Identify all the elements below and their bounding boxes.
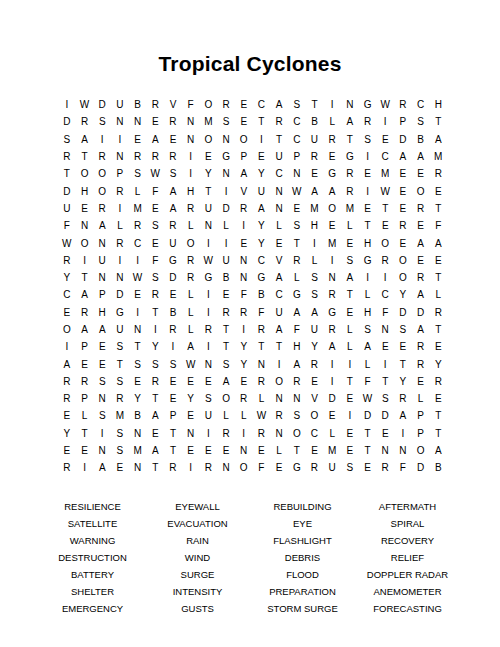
- grid-cell-r10c4: I: [111, 252, 129, 269]
- grid-cell-r21c7: T: [164, 442, 182, 459]
- grid-cell-r17c17: T: [341, 373, 359, 390]
- grid-cell-r22c19: R: [376, 459, 394, 476]
- grid-cell-r6c14: W: [288, 182, 306, 199]
- grid-cell-r1c21: C: [412, 96, 430, 113]
- grid-cell-r1c12: C: [253, 96, 271, 113]
- grid-cell-r22c11: O: [235, 459, 253, 476]
- word-list-column-4: AFTERMATHSPIRALRECOVERYRELIEFDOPPLER RAD…: [355, 498, 460, 617]
- grid-cell-r20c3: I: [93, 425, 111, 442]
- grid-cell-r4c2: T: [76, 148, 94, 165]
- grid-cell-r20c6: E: [146, 425, 164, 442]
- word-item: SATELLITE: [68, 515, 117, 532]
- grid-cell-r13c20: D: [394, 304, 412, 321]
- grid-cell-r6c13: N: [270, 182, 288, 199]
- grid-cell-r19c5: B: [129, 407, 147, 424]
- grid-cell-r12c12: B: [253, 286, 271, 303]
- grid-cell-r12c11: F: [235, 286, 253, 303]
- grid-cell-r3c10: N: [217, 131, 235, 148]
- grid-cell-r6c6: F: [146, 182, 164, 199]
- grid-cell-r8c15: H: [306, 217, 324, 234]
- grid-cell-r9c18: H: [359, 234, 377, 251]
- grid-cell-r19c10: L: [217, 407, 235, 424]
- grid-cell-r12c13: C: [270, 286, 288, 303]
- grid-cell-r21c20: N: [394, 442, 412, 459]
- grid-cell-r3c14: C: [288, 131, 306, 148]
- grid-cell-r11c19: I: [376, 269, 394, 286]
- grid-cell-r17c10: A: [217, 373, 235, 390]
- grid-cell-r9c16: M: [323, 234, 341, 251]
- grid-cell-r13c8: L: [182, 304, 200, 321]
- grid-cell-r14c16: R: [323, 321, 341, 338]
- grid-cell-r18c5: Y: [129, 390, 147, 407]
- grid-cell-r3c15: U: [306, 131, 324, 148]
- grid-cell-r12c4: D: [111, 286, 129, 303]
- grid-cell-r2c19: I: [376, 113, 394, 130]
- grid-cell-r22c18: E: [359, 459, 377, 476]
- grid-cell-r13c4: G: [111, 304, 129, 321]
- grid-cell-r15c15: Y: [306, 338, 324, 355]
- grid-cell-r4c16: E: [323, 148, 341, 165]
- grid-cell-r5c3: O: [93, 165, 111, 182]
- grid-cell-r9c13: E: [270, 234, 288, 251]
- grid-cell-r17c12: R: [253, 373, 271, 390]
- grid-cell-r21c16: M: [323, 442, 341, 459]
- grid-cell-r1c8: F: [182, 96, 200, 113]
- grid-cell-r20c2: T: [76, 425, 94, 442]
- grid-cell-r11c14: L: [288, 269, 306, 286]
- grid-cell-r21c5: M: [129, 442, 147, 459]
- grid-cell-r12c5: E: [129, 286, 147, 303]
- grid-cell-r20c7: T: [164, 425, 182, 442]
- grid-cell-r20c9: I: [200, 425, 218, 442]
- grid-cell-r18c6: T: [146, 390, 164, 407]
- grid-cell-r7c4: I: [111, 200, 129, 217]
- grid-cell-r21c17: E: [341, 442, 359, 459]
- grid-cell-r19c22: T: [429, 407, 447, 424]
- grid-cell-r8c8: L: [182, 217, 200, 234]
- grid-cell-r10c9: W: [200, 252, 218, 269]
- grid-cell-r9c6: E: [146, 234, 164, 251]
- grid-cell-r18c18: W: [359, 390, 377, 407]
- grid-cell-r8c6: S: [146, 217, 164, 234]
- grid-cell-r18c4: R: [111, 390, 129, 407]
- grid-cell-r2c6: E: [146, 113, 164, 130]
- grid-cell-r5c14: N: [288, 165, 306, 182]
- grid-cell-r7c16: O: [323, 200, 341, 217]
- grid-cell-r16c11: Y: [235, 355, 253, 372]
- grid-cell-r13c2: R: [76, 304, 94, 321]
- grid-cell-r1c3: D: [93, 96, 111, 113]
- grid-cell-r8c14: S: [288, 217, 306, 234]
- grid-cell-r7c20: E: [394, 200, 412, 217]
- grid-cell-r13c9: I: [200, 304, 218, 321]
- grid-cell-r1c2: W: [76, 96, 94, 113]
- grid-cell-r17c9: E: [200, 373, 218, 390]
- grid-cell-r21c12: E: [253, 442, 271, 459]
- grid-cell-r7c21: R: [412, 200, 430, 217]
- grid-cell-r1c4: U: [111, 96, 129, 113]
- grid-cell-r16c9: N: [200, 355, 218, 372]
- grid-cell-r18c2: P: [76, 390, 94, 407]
- grid-cell-r9c4: R: [111, 234, 129, 251]
- word-item: EYE: [293, 515, 312, 532]
- grid-cell-r6c5: L: [129, 182, 147, 199]
- grid-cell-r19c16: E: [323, 407, 341, 424]
- grid-cell-r14c1: O: [58, 321, 76, 338]
- word-item: WARNING: [70, 532, 116, 549]
- grid-cell-r20c1: Y: [58, 425, 76, 442]
- grid-cell-r20c8: N: [182, 425, 200, 442]
- grid-cell-r3c7: E: [164, 131, 182, 148]
- grid-cell-r17c21: E: [412, 373, 430, 390]
- grid-cell-r2c2: R: [76, 113, 94, 130]
- grid-cell-r13c21: D: [412, 304, 430, 321]
- grid-cell-r22c13: E: [270, 459, 288, 476]
- grid-cell-r10c22: E: [429, 252, 447, 269]
- grid-cell-r11c4: N: [111, 269, 129, 286]
- grid-cell-r19c1: E: [58, 407, 76, 424]
- grid-cell-r22c10: N: [217, 459, 235, 476]
- grid-cell-r1c15: T: [306, 96, 324, 113]
- grid-cell-r22c21: D: [412, 459, 430, 476]
- grid-cell-r14c14: F: [288, 321, 306, 338]
- word-item: FORECASTING: [373, 600, 442, 617]
- grid-cell-r14c2: A: [76, 321, 94, 338]
- grid-cell-r12c21: A: [412, 286, 430, 303]
- grid-cell-r9c8: O: [182, 234, 200, 251]
- grid-cell-r3c2: A: [76, 131, 94, 148]
- grid-cell-r12c10: E: [217, 286, 235, 303]
- grid-cell-r6c12: U: [253, 182, 271, 199]
- grid-cell-r3c11: O: [235, 131, 253, 148]
- grid-cell-r18c13: N: [270, 390, 288, 407]
- grid-cell-r10c1: R: [58, 252, 76, 269]
- grid-cell-r16c1: A: [58, 355, 76, 372]
- grid-cell-r1c5: B: [129, 96, 147, 113]
- grid-cell-r15c4: S: [111, 338, 129, 355]
- grid-cell-r7c14: E: [288, 200, 306, 217]
- grid-cell-r14c19: N: [376, 321, 394, 338]
- grid-cell-r10c19: R: [376, 252, 394, 269]
- grid-cell-r10c18: G: [359, 252, 377, 269]
- grid-cell-r12c3: P: [93, 286, 111, 303]
- grid-cell-r13c10: R: [217, 304, 235, 321]
- grid-cell-r11c21: R: [412, 269, 430, 286]
- grid-cell-r22c16: U: [323, 459, 341, 476]
- grid-cell-r15c11: Y: [235, 338, 253, 355]
- word-item: SPIRAL: [391, 515, 425, 532]
- grid-cell-r2c3: S: [93, 113, 111, 130]
- grid-cell-r15c16: A: [323, 338, 341, 355]
- grid-cell-r15c13: T: [270, 338, 288, 355]
- grid-cell-r10c15: L: [306, 252, 324, 269]
- grid-cell-r2c15: B: [306, 113, 324, 130]
- grid-cell-r19c14: S: [288, 407, 306, 424]
- grid-cell-r12c2: A: [76, 286, 94, 303]
- grid-cell-r5c1: T: [58, 165, 76, 182]
- grid-cell-r3c6: A: [146, 131, 164, 148]
- grid-cell-r20c4: S: [111, 425, 129, 442]
- grid-cell-r21c18: T: [359, 442, 377, 459]
- grid-cell-r5c22: R: [429, 165, 447, 182]
- word-item: EVACUATION: [167, 515, 227, 532]
- grid-cell-r10c10: U: [217, 252, 235, 269]
- grid-cell-r13c1: E: [58, 304, 76, 321]
- grid-cell-r18c19: S: [376, 390, 394, 407]
- grid-cell-r13c22: R: [429, 304, 447, 321]
- grid-cell-r4c7: R: [164, 148, 182, 165]
- grid-cell-r12c16: R: [323, 286, 341, 303]
- grid-cell-r13c6: T: [146, 304, 164, 321]
- grid-cell-r15c9: I: [200, 338, 218, 355]
- grid-cell-r17c3: S: [93, 373, 111, 390]
- grid-cell-r16c16: I: [323, 355, 341, 372]
- grid-cell-r10c2: I: [76, 252, 94, 269]
- grid-cell-r5c4: P: [111, 165, 129, 182]
- grid-cell-r11c20: O: [394, 269, 412, 286]
- grid-cell-r15c2: P: [76, 338, 94, 355]
- grid-cell-r5c19: M: [376, 165, 394, 182]
- grid-cell-r5c9: Y: [200, 165, 218, 182]
- grid-cell-r21c19: N: [376, 442, 394, 459]
- grid-cell-r3c17: T: [341, 131, 359, 148]
- grid-cell-r14c22: T: [429, 321, 447, 338]
- grid-cell-r19c7: P: [164, 407, 182, 424]
- grid-cell-r12c20: Y: [394, 286, 412, 303]
- grid-cell-r16c15: R: [306, 355, 324, 372]
- grid-cell-r1c9: O: [200, 96, 218, 113]
- grid-cell-r22c3: A: [93, 459, 111, 476]
- grid-cell-r19c17: I: [341, 407, 359, 424]
- grid-cell-r7c2: E: [76, 200, 94, 217]
- grid-cell-r9c7: U: [164, 234, 182, 251]
- grid-cell-r11c6: S: [146, 269, 164, 286]
- grid-cell-r16c21: R: [412, 355, 430, 372]
- grid-cell-r18c11: R: [235, 390, 253, 407]
- grid-cell-r2c8: N: [182, 113, 200, 130]
- grid-cell-r9c15: I: [306, 234, 324, 251]
- grid-cell-r20c5: N: [129, 425, 147, 442]
- grid-cell-r10c8: R: [182, 252, 200, 269]
- grid-cell-r17c7: E: [164, 373, 182, 390]
- grid-cell-r5c10: N: [217, 165, 235, 182]
- word-item: SHELTER: [71, 583, 114, 600]
- grid-cell-r14c3: A: [93, 321, 111, 338]
- word-item: PREPARATION: [269, 583, 336, 600]
- grid-cell-r21c21: O: [412, 442, 430, 459]
- grid-cell-r2c21: S: [412, 113, 430, 130]
- grid-cell-r6c17: R: [341, 182, 359, 199]
- grid-cell-r6c18: I: [359, 182, 377, 199]
- grid-cell-r4c20: A: [394, 148, 412, 165]
- word-item: DEBRIS: [285, 549, 320, 566]
- grid-cell-r6c21: O: [412, 182, 430, 199]
- grid-cell-r16c22: Y: [429, 355, 447, 372]
- grid-cell-r17c1: R: [58, 373, 76, 390]
- grid-cell-r11c15: S: [306, 269, 324, 286]
- grid-cell-r20c18: T: [359, 425, 377, 442]
- grid-cell-r10c6: F: [146, 252, 164, 269]
- grid-cell-r16c14: A: [288, 355, 306, 372]
- grid-cell-r13c13: U: [270, 304, 288, 321]
- grid-cell-r7c6: E: [146, 200, 164, 217]
- grid-cell-r2c5: N: [129, 113, 147, 130]
- grid-cell-r19c8: E: [182, 407, 200, 424]
- grid-cell-r5c15: E: [306, 165, 324, 182]
- grid-cell-r4c1: R: [58, 148, 76, 165]
- grid-cell-r15c22: E: [429, 338, 447, 355]
- grid-cell-r4c22: M: [429, 148, 447, 165]
- grid-cell-r1c1: I: [58, 96, 76, 113]
- grid-cell-r5c16: G: [323, 165, 341, 182]
- grid-cell-r12c1: C: [58, 286, 76, 303]
- grid-cell-r6c2: H: [76, 182, 94, 199]
- grid-cell-r16c19: I: [376, 355, 394, 372]
- grid-cell-r5c12: Y: [253, 165, 271, 182]
- grid-cell-r8c7: R: [164, 217, 182, 234]
- grid-cell-r3c20: D: [394, 131, 412, 148]
- grid-cell-r15c6: Y: [146, 338, 164, 355]
- grid-cell-r15c19: E: [376, 338, 394, 355]
- grid-cell-r3c9: O: [200, 131, 218, 148]
- grid-cell-r3c13: T: [270, 131, 288, 148]
- grid-cell-r18c20: R: [394, 390, 412, 407]
- grid-cell-r6c15: A: [306, 182, 324, 199]
- grid-cell-r3c1: S: [58, 131, 76, 148]
- grid-cell-r15c7: I: [164, 338, 182, 355]
- grid-cell-r6c19: W: [376, 182, 394, 199]
- grid-cell-r2c16: L: [323, 113, 341, 130]
- grid-cell-r8c21: E: [412, 217, 430, 234]
- grid-cell-r6c9: T: [200, 182, 218, 199]
- grid-cell-r6c3: O: [93, 182, 111, 199]
- grid-cell-r8c22: F: [429, 217, 447, 234]
- grid-cell-r10c16: I: [323, 252, 341, 269]
- grid-cell-r19c4: M: [111, 407, 129, 424]
- grid-cell-r9c9: I: [200, 234, 218, 251]
- grid-cell-r8c3: A: [93, 217, 111, 234]
- grid-cell-r22c22: B: [429, 459, 447, 476]
- grid-cell-r4c15: R: [306, 148, 324, 165]
- grid-cell-r21c6: A: [146, 442, 164, 459]
- grid-cell-r1c17: N: [341, 96, 359, 113]
- grid-cell-r19c19: D: [376, 407, 394, 424]
- grid-cell-r2c11: E: [235, 113, 253, 130]
- grid-cell-r11c7: D: [164, 269, 182, 286]
- grid-cell-r22c7: R: [164, 459, 182, 476]
- grid-cell-r15c3: E: [93, 338, 111, 355]
- grid-cell-r14c9: R: [200, 321, 218, 338]
- grid-cell-r18c16: D: [323, 390, 341, 407]
- grid-cell-r21c2: E: [76, 442, 94, 459]
- grid-cell-r19c12: W: [253, 407, 271, 424]
- word-item: EMERGENCY: [62, 600, 123, 617]
- grid-cell-r7c15: M: [306, 200, 324, 217]
- grid-cell-r10c17: S: [341, 252, 359, 269]
- grid-cell-r8c4: L: [111, 217, 129, 234]
- grid-cell-r3c18: S: [359, 131, 377, 148]
- grid-cell-r7c8: R: [182, 200, 200, 217]
- grid-cell-r4c11: P: [235, 148, 253, 165]
- grid-cell-r17c8: E: [182, 373, 200, 390]
- grid-cell-r15c1: I: [58, 338, 76, 355]
- grid-cell-r7c7: A: [164, 200, 182, 217]
- grid-cell-r6c22: E: [429, 182, 447, 199]
- grid-cell-r12c9: I: [200, 286, 218, 303]
- grid-cell-r21c15: E: [306, 442, 324, 459]
- grid-cell-r5c8: I: [182, 165, 200, 182]
- grid-cell-r7c1: U: [58, 200, 76, 217]
- grid-cell-r13c16: G: [323, 304, 341, 321]
- grid-cell-r11c18: I: [359, 269, 377, 286]
- grid-cell-r1c13: A: [270, 96, 288, 113]
- grid-cell-r7c17: M: [341, 200, 359, 217]
- grid-cell-r13c14: A: [288, 304, 306, 321]
- grid-cell-r10c12: C: [253, 252, 271, 269]
- grid-cell-r4c18: I: [359, 148, 377, 165]
- word-item: STORM SURGE: [267, 600, 338, 617]
- grid-cell-r12c17: T: [341, 286, 359, 303]
- grid-cell-r17c13: O: [270, 373, 288, 390]
- grid-cell-r18c12: L: [253, 390, 271, 407]
- grid-cell-r22c15: R: [306, 459, 324, 476]
- grid-cell-r4c13: U: [270, 148, 288, 165]
- grid-cell-r3c4: I: [111, 131, 129, 148]
- grid-cell-r7c12: A: [253, 200, 271, 217]
- grid-cell-r8c2: N: [76, 217, 94, 234]
- grid-cell-r18c9: S: [200, 390, 218, 407]
- grid-cell-r17c14: R: [288, 373, 306, 390]
- word-item: ANEMOMETER: [373, 583, 441, 600]
- grid-cell-r20c12: R: [253, 425, 271, 442]
- word-item: EYEWALL: [175, 498, 220, 515]
- grid-cell-r16c13: I: [270, 355, 288, 372]
- grid-cell-r17c19: T: [376, 373, 394, 390]
- grid-cell-r7c5: M: [129, 200, 147, 217]
- grid-cell-r17c5: E: [129, 373, 147, 390]
- grid-cell-r3c21: B: [412, 131, 430, 148]
- grid-cell-r11c22: T: [429, 269, 447, 286]
- grid-cell-r14c11: I: [235, 321, 253, 338]
- grid-cell-r13c5: I: [129, 304, 147, 321]
- word-item: SURGE: [181, 566, 215, 583]
- grid-cell-r18c8: Y: [182, 390, 200, 407]
- grid-cell-r14c12: R: [253, 321, 271, 338]
- grid-cell-r12c7: E: [164, 286, 182, 303]
- grid-cell-r19c6: A: [146, 407, 164, 424]
- grid-cell-r3c22: A: [429, 131, 447, 148]
- grid-cell-r11c8: R: [182, 269, 200, 286]
- word-item: WIND: [185, 549, 210, 566]
- word-item: RELIEF: [391, 549, 424, 566]
- grid-cell-r18c3: N: [93, 390, 111, 407]
- grid-cell-r4c19: C: [376, 148, 394, 165]
- grid-cell-r17c6: R: [146, 373, 164, 390]
- grid-cell-r4c9: E: [200, 148, 218, 165]
- grid-cell-r6c4: R: [111, 182, 129, 199]
- grid-cell-r12c19: C: [376, 286, 394, 303]
- grid-cell-r14c17: L: [341, 321, 359, 338]
- grid-cell-r20c22: T: [429, 425, 447, 442]
- grid-cell-r4c12: E: [253, 148, 271, 165]
- grid-cell-r20c10: R: [217, 425, 235, 442]
- grid-cell-r6c7: A: [164, 182, 182, 199]
- grid-cell-r1c10: R: [217, 96, 235, 113]
- word-item: RESILIENCE: [64, 498, 121, 515]
- grid-cell-r11c2: T: [76, 269, 94, 286]
- grid-cell-r6c1: D: [58, 182, 76, 199]
- grid-cell-r9c19: O: [376, 234, 394, 251]
